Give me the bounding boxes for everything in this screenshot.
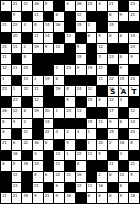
cell-code-number: 8 <box>45 140 47 145</box>
cell-code-number: 6 <box>55 183 57 188</box>
cell-code-number: 8 <box>34 22 36 27</box>
cell-code-number: 18 <box>130 193 135 198</box>
black-cell-r6c4 <box>33 54 44 65</box>
cell-r1c10[interactable]: 4 <box>97 1 108 12</box>
cell-r3c3[interactable]: 4 <box>22 22 33 33</box>
cell-r11c3[interactable]: 8 <box>22 108 33 119</box>
cell-r18c8[interactable]: 12 <box>76 183 87 194</box>
cell-r9c9[interactable]: 12 <box>87 86 98 97</box>
cell-r19c12[interactable]: 9 <box>119 193 130 204</box>
cell-r7c3[interactable]: 23 <box>22 65 33 76</box>
black-cell-r18c1 <box>1 183 12 194</box>
cell-code-number: 11 <box>34 12 39 17</box>
cell-r19c1[interactable]: 11 <box>1 193 12 204</box>
cell-r7c8[interactable]: 9 <box>76 65 87 76</box>
cell-r6c1[interactable]: 11 <box>1 54 12 65</box>
cell-r9c6[interactable]: 19 <box>54 86 65 97</box>
cell-r8c11[interactable]: 22 <box>108 76 119 87</box>
cell-r19c2[interactable]: 21 <box>12 193 23 204</box>
black-cell-r9c10 <box>97 86 108 97</box>
cell-r2c13[interactable]: 21 <box>129 12 140 23</box>
cell-r8c13[interactable]: 24 <box>129 76 140 87</box>
cell-r3c4[interactable]: 8 <box>33 22 44 33</box>
cell-code-number: 11 <box>88 183 93 188</box>
cell-r13c13[interactable]: 24 <box>129 129 140 140</box>
cell-r5c8[interactable]: 5 <box>76 44 87 55</box>
black-cell-r2c7 <box>65 12 76 23</box>
cell-code-number: 11 <box>13 44 18 49</box>
black-cell-r6c5 <box>44 54 55 65</box>
cell-code-number: 20 <box>98 140 103 145</box>
cell-code-number: 2 <box>109 140 111 145</box>
black-cell-r18c7 <box>65 183 76 194</box>
black-cell-r17c1 <box>1 172 12 183</box>
cell-r19c3[interactable]: 19 <box>22 193 33 204</box>
cell-r5c6[interactable]: 12 <box>54 44 65 55</box>
given-letter: S <box>108 88 118 96</box>
cell-code-number: 15 <box>88 119 93 124</box>
cell-r15c9[interactable]: 11 <box>87 151 98 162</box>
cell-r18c4[interactable]: 21 <box>33 183 44 194</box>
cell-r6c12[interactable]: 8 <box>119 54 130 65</box>
cell-code-number: 11 <box>55 161 60 166</box>
cell-code-number: 9 <box>77 65 79 70</box>
cell-r13c5[interactable]: 22 <box>44 129 55 140</box>
black-cell-r5c9 <box>87 44 98 55</box>
cell-code-number: 15 <box>109 22 114 27</box>
cell-r9c13[interactable]: 1T <box>129 86 140 97</box>
cell-r7c10[interactable]: 11 <box>97 65 108 76</box>
cell-r18c10[interactable]: 16 <box>97 183 108 194</box>
cell-r4c12[interactable]: 6 <box>119 33 130 44</box>
cell-r3c6[interactable]: 26 <box>54 22 65 33</box>
black-cell-r15c3 <box>22 151 33 162</box>
cell-r17c12[interactable]: 12 <box>119 172 130 183</box>
cell-r14c12[interactable]: 16 <box>119 140 130 151</box>
black-cell-r4c1 <box>1 33 12 44</box>
cell-r1c8[interactable]: 26 <box>76 1 87 12</box>
cell-r7c9[interactable]: 19 <box>87 65 98 76</box>
cell-r1c1[interactable]: 8 <box>1 1 12 12</box>
cell-code-number: 23 <box>66 108 71 113</box>
cell-r19c6[interactable]: 9 <box>54 193 65 204</box>
cell-code-number: 11 <box>34 86 39 91</box>
cell-r18c2[interactable]: 23 <box>12 183 23 194</box>
cell-code-number: 14 <box>130 119 135 124</box>
black-cell-r7c5 <box>44 65 55 76</box>
cell-r12c9[interactable]: 15 <box>87 119 98 130</box>
cell-r8c5[interactable]: 19 <box>44 76 55 87</box>
cell-r2c2[interactable]: 9 <box>12 12 23 23</box>
cell-code-number: 1 <box>2 76 4 81</box>
cell-r5c13[interactable]: 24 <box>129 44 140 55</box>
cell-r14c3[interactable]: 22 <box>22 140 33 151</box>
black-cell-r13c4 <box>33 129 44 140</box>
cell-r16c1[interactable]: 8 <box>1 161 12 172</box>
cell-code-number: 23 <box>130 1 135 6</box>
cell-code-number: 12 <box>88 86 93 91</box>
cell-r17c2[interactable]: 12 <box>12 172 23 183</box>
cell-code-number: 16 <box>34 1 39 6</box>
cell-code-number: 14 <box>130 33 135 38</box>
cell-r7c1[interactable]: 12 <box>1 65 12 76</box>
cell-code-number: 21 <box>13 193 18 198</box>
cell-r14c2[interactable]: 6 <box>12 140 23 151</box>
cell-r13c11[interactable]: 15 <box>108 129 119 140</box>
cell-code-number: 11 <box>13 65 18 70</box>
cell-r3c9[interactable]: 2 <box>87 22 98 33</box>
cell-code-number: 21 <box>130 161 135 166</box>
cell-r3c11[interactable]: 15 <box>108 22 119 33</box>
cell-r11c5[interactable]: 20 <box>44 108 55 119</box>
cell-r19c13[interactable]: 18 <box>129 193 140 204</box>
cell-r12c11[interactable]: 9 <box>108 119 119 130</box>
cell-r19c7[interactable]: 16 <box>65 193 76 204</box>
cell-code-number: 23 <box>13 183 18 188</box>
cell-code-number: 8 <box>88 193 90 198</box>
cell-r9c12[interactable]: 9A <box>119 86 130 97</box>
cell-code-number: 9 <box>120 193 122 198</box>
cell-r14c11[interactable]: 2 <box>108 140 119 151</box>
cell-r7c12[interactable]: 9 <box>119 65 130 76</box>
cell-r1c2[interactable]: 21 <box>12 1 23 12</box>
cell-r12c10[interactable]: 11 <box>97 119 108 130</box>
cell-code-number: 8 <box>2 119 4 124</box>
cell-code-number: 8 <box>98 97 100 102</box>
cell-r16c11[interactable]: 11 <box>108 161 119 172</box>
cell-r15c8[interactable]: 22 <box>76 151 87 162</box>
cell-code-number: 21 <box>45 193 50 198</box>
cell-r18c6[interactable]: 6 <box>54 183 65 194</box>
cell-r3c1[interactable]: 21 <box>1 22 12 33</box>
cell-r9c1[interactable]: 23 <box>1 86 12 97</box>
cell-code-number: 21 <box>109 1 114 6</box>
cell-r6c11[interactable]: 23 <box>108 54 119 65</box>
cell-r2c4[interactable]: 11 <box>33 12 44 23</box>
cell-code-number: 2 <box>88 22 90 27</box>
cell-code-number: 11 <box>34 33 39 38</box>
cell-r5c3[interactable]: 2 <box>22 44 33 55</box>
cell-code-number: 9 <box>120 12 122 17</box>
cell-code-number: 11 <box>98 76 103 81</box>
cell-code-number: 19 <box>45 76 50 81</box>
cell-r12c13[interactable]: 14 <box>129 119 140 130</box>
cell-r14c13[interactable]: 8 <box>129 140 140 151</box>
cell-r6c8[interactable]: 15 <box>76 54 87 65</box>
black-cell-r1c12 <box>119 1 130 12</box>
cell-r8c6[interactable]: 8 <box>54 76 65 87</box>
cell-r15c7[interactable]: 1 <box>65 151 76 162</box>
cell-r10c4[interactable]: 12 <box>33 97 44 108</box>
cell-r10c2[interactable]: 23 <box>12 97 23 108</box>
cell-code-number: 4 <box>23 22 25 27</box>
cell-code-number: 9 <box>66 140 68 145</box>
cell-r4c4[interactable]: 11 <box>33 33 44 44</box>
codeword-board: 8211116542623421239118128921212248142615… <box>0 0 140 204</box>
cell-r13c7[interactable]: 2 <box>65 129 76 140</box>
cell-r19c5[interactable]: 21 <box>44 193 55 204</box>
black-cell-r15c1 <box>1 151 12 162</box>
cell-r11c11[interactable]: 17 <box>108 108 119 119</box>
cell-r17c7[interactable]: 11 <box>65 172 76 183</box>
cell-code-number: 13 <box>66 33 71 38</box>
cell-r10c9[interactable]: 15 <box>87 97 98 108</box>
cell-r6c13[interactable]: 9 <box>129 54 140 65</box>
cell-code-number: 6 <box>45 172 47 177</box>
cell-r19c9[interactable]: 8 <box>87 193 98 204</box>
black-cell-r9c5 <box>44 86 55 97</box>
cell-r11c13[interactable]: 12 <box>129 108 140 119</box>
cell-code-number: 12 <box>34 97 39 102</box>
cell-r7c7[interactable]: 23 <box>65 65 76 76</box>
cell-code-number: 17 <box>109 108 114 113</box>
black-cell-r5c7 <box>65 44 76 55</box>
cell-r12c12[interactable]: 8 <box>119 119 130 130</box>
cell-code-number: 12 <box>77 12 82 17</box>
cell-r11c1[interactable]: 26 <box>1 108 12 119</box>
cell-r13c9[interactable]: 1 <box>87 129 98 140</box>
cell-r4c9[interactable]: 8 <box>87 33 98 44</box>
cell-r15c6[interactable]: 13 <box>54 151 65 162</box>
cell-code-number: 21 <box>34 183 39 188</box>
cell-r11c7[interactable]: 23 <box>65 108 76 119</box>
cell-code-number: 12 <box>109 97 114 102</box>
cell-r6c3[interactable]: 8 <box>22 54 33 65</box>
cell-r5c2[interactable]: 11 <box>12 44 23 55</box>
cell-r19c10[interactable]: 8 <box>97 193 108 204</box>
cell-r16c8[interactable]: 8 <box>76 161 87 172</box>
cell-code-number: 14 <box>45 22 50 27</box>
cell-r9c11[interactable]: 16S <box>108 86 119 97</box>
cell-r17c4[interactable]: 8 <box>33 172 44 183</box>
black-cell-r12c4 <box>33 119 44 130</box>
cell-code-number: 15 <box>109 129 114 134</box>
cell-r9c8[interactable]: 24 <box>76 86 87 97</box>
cell-r9c2[interactable]: 1 <box>12 86 23 97</box>
cell-code-number: 22 <box>13 22 18 27</box>
cell-r13c6[interactable]: 4 <box>54 129 65 140</box>
cell-r12c3[interactable]: 2 <box>22 119 33 130</box>
cell-r8c3[interactable]: 13 <box>22 76 33 87</box>
cell-r2c8[interactable]: 12 <box>76 12 87 23</box>
cell-r10c7[interactable]: 5 <box>65 97 76 108</box>
cell-r14c4[interactable]: 16 <box>33 140 44 151</box>
cell-r16c3[interactable]: 19 <box>22 161 33 172</box>
cell-code-number: 9 <box>130 54 132 59</box>
cell-r5c1[interactable]: 24 <box>1 44 12 55</box>
cell-code-number: 5 <box>98 33 100 38</box>
cell-r14c9[interactable]: 1 <box>87 140 98 151</box>
cell-r4c5[interactable]: 14 <box>44 33 55 44</box>
black-cell-r12c8 <box>76 119 87 130</box>
black-cell-r6c7 <box>65 54 76 65</box>
cell-code-number: 3 <box>120 151 122 156</box>
cell-r13c8[interactable]: 4 <box>76 129 87 140</box>
cell-r1c7[interactable]: 4 <box>65 1 76 12</box>
cell-r8c10[interactable]: 11 <box>97 76 108 87</box>
cell-r4c10[interactable]: 5 <box>97 33 108 44</box>
black-cell-r18c13 <box>129 183 140 194</box>
cell-r3c5[interactable]: 14 <box>44 22 55 33</box>
cell-r5c5[interactable]: 9 <box>44 44 55 55</box>
cell-r12c1[interactable]: 8 <box>1 119 12 130</box>
cell-r4c11[interactable]: 8 <box>108 33 119 44</box>
cell-r16c2[interactable]: 5 <box>12 161 23 172</box>
cell-r9c7[interactable]: 8 <box>65 86 76 97</box>
cell-r15c12[interactable]: 3 <box>119 151 130 162</box>
cell-code-number: 23 <box>109 54 114 59</box>
cell-r1c9[interactable]: 23 <box>87 1 98 12</box>
cell-code-number: 24 <box>2 44 7 49</box>
cell-r17c11[interactable]: 8 <box>108 172 119 183</box>
cell-r14c1[interactable]: 21 <box>1 140 12 151</box>
cell-r17c10[interactable]: 2 <box>97 172 108 183</box>
cell-r18c9[interactable]: 11 <box>87 183 98 194</box>
cell-r4c2[interactable]: 20 <box>12 33 23 44</box>
black-cell-r11c12 <box>119 108 130 119</box>
black-cell-r15c5 <box>44 151 55 162</box>
black-cell-r1c6 <box>54 1 65 12</box>
black-cell-r18c11 <box>108 183 119 194</box>
cell-r1c13[interactable]: 23 <box>129 1 140 12</box>
cell-r4c13[interactable]: 14 <box>129 33 140 44</box>
black-cell-r10c5 <box>44 97 55 108</box>
cell-r12c5[interactable]: 14 <box>44 119 55 130</box>
cell-code-number: 19 <box>23 161 28 166</box>
black-cell-r3c13 <box>129 22 140 33</box>
black-cell-r14c8 <box>76 140 87 151</box>
cell-code-number: 21 <box>2 140 7 145</box>
cell-code-number: 2 <box>23 119 25 124</box>
cell-r9c4[interactable]: 11 <box>33 86 44 97</box>
cell-code-number: 6 <box>120 33 122 38</box>
cell-r11c6[interactable]: 1 <box>54 108 65 119</box>
cell-code-number: 20 <box>13 33 18 38</box>
black-cell-r13c2 <box>12 129 23 140</box>
cell-r11c2[interactable]: 12 <box>12 108 23 119</box>
cell-r1c4[interactable]: 16 <box>33 1 44 12</box>
cell-code-number: 8 <box>88 33 90 38</box>
cell-code-number: 19 <box>55 86 60 91</box>
cell-code-number: 21 <box>130 12 135 17</box>
cell-r5c4[interactable]: 19 <box>33 44 44 55</box>
cell-r1c3[interactable]: 11 <box>22 1 33 12</box>
cell-r10c11[interactable]: 12 <box>108 97 119 108</box>
black-cell-r10c6 <box>54 97 65 108</box>
cell-code-number: 12 <box>130 108 135 113</box>
cell-r15c4[interactable]: 3 <box>33 151 44 162</box>
black-cell-r16c10 <box>97 161 108 172</box>
cell-code-number: 1 <box>55 108 57 113</box>
cell-code-number: 14 <box>34 161 39 166</box>
black-cell-r17c9 <box>87 172 98 183</box>
cell-code-number: 9 <box>109 119 111 124</box>
cell-code-number: 8 <box>2 129 4 134</box>
cell-r18c12[interactable]: 8 <box>119 183 130 194</box>
cell-code-number: 12 <box>23 86 28 91</box>
cell-r14c7[interactable]: 9 <box>65 140 76 151</box>
cell-r3c8[interactable]: 15 <box>76 22 87 33</box>
cell-r11c8[interactable]: 13 <box>76 108 87 119</box>
cell-r2c11[interactable]: 8 <box>108 12 119 23</box>
cell-r2c12[interactable]: 9 <box>119 12 130 23</box>
cell-r7c6[interactable]: 2 <box>54 65 65 76</box>
cell-code-number: 8 <box>120 54 122 59</box>
cell-r6c10[interactable]: 3 <box>97 54 108 65</box>
cell-r16c13[interactable]: 21 <box>129 161 140 172</box>
cell-r14c5[interactable]: 8 <box>44 140 55 151</box>
cell-r10c10[interactable]: 8 <box>97 97 108 108</box>
cell-code-number: 1 <box>34 76 36 81</box>
cell-r17c6[interactable]: 22 <box>54 172 65 183</box>
cell-r16c6[interactable]: 11 <box>54 161 65 172</box>
cell-r10c12[interactable]: 4 <box>119 97 130 108</box>
cell-r9c3[interactable]: 12 <box>22 86 33 97</box>
cell-code-number: 8 <box>109 33 111 38</box>
cell-r5c10[interactable]: 12 <box>97 44 108 55</box>
cell-r4c7[interactable]: 13 <box>65 33 76 44</box>
cell-r8c12[interactable]: 15 <box>119 76 130 87</box>
cell-r19c11[interactable]: 8 <box>108 193 119 204</box>
cell-code-number: 16 <box>77 172 82 177</box>
cell-r8c1[interactable]: 1 <box>1 76 12 87</box>
cell-code-number: 2 <box>23 44 25 49</box>
cell-code-number: 11 <box>23 129 28 134</box>
cell-r17c13[interactable]: 5 <box>129 172 140 183</box>
black-cell-r2c5 <box>44 12 55 23</box>
cell-code-number: 26 <box>55 22 60 27</box>
cell-r11c4[interactable]: 19 <box>33 108 44 119</box>
cell-r17c5[interactable]: 6 <box>44 172 55 183</box>
cell-r3c2[interactable]: 22 <box>12 22 23 33</box>
black-cell-r2c9 <box>87 12 98 23</box>
cell-code-number: 8 <box>23 54 25 59</box>
black-cell-r6c2 <box>12 54 23 65</box>
cell-r2c6[interactable]: 8 <box>54 12 65 23</box>
cell-code-number: 15 <box>77 22 82 27</box>
black-cell-r18c5 <box>44 183 55 194</box>
cell-r12c2[interactable]: 9 <box>12 119 23 130</box>
cell-r1c11[interactable]: 21 <box>108 1 119 12</box>
cell-r8c4[interactable]: 1 <box>33 76 44 87</box>
cell-code-number: 12 <box>77 183 82 188</box>
given-letter: T <box>129 88 139 96</box>
cell-code-number: 12 <box>2 65 7 70</box>
cell-r15c10[interactable]: 5 <box>97 151 108 162</box>
cell-r13c3[interactable]: 11 <box>22 129 33 140</box>
cell-r16c4[interactable]: 14 <box>33 161 44 172</box>
cell-code-number: 11 <box>2 54 7 59</box>
cell-r13c1[interactable]: 8 <box>1 129 12 140</box>
cell-code-number: 24 <box>130 129 135 134</box>
cell-r1c5[interactable]: 5 <box>44 1 55 12</box>
cell-code-number: 15 <box>120 76 125 81</box>
black-cell-r16c9 <box>87 161 98 172</box>
black-cell-r5c11 <box>108 44 119 55</box>
cell-r17c8[interactable]: 16 <box>76 172 87 183</box>
cell-r14c10[interactable]: 20 <box>97 140 108 151</box>
cell-code-number: 12 <box>55 44 60 49</box>
cell-r15c2[interactable]: 16 <box>12 151 23 162</box>
cell-code-number: 8 <box>130 140 132 145</box>
cell-code-number: 22 <box>45 129 50 134</box>
cell-r19c4[interactable]: 9 <box>33 193 44 204</box>
black-cell-r8c2 <box>12 76 23 87</box>
black-cell-r6c9 <box>87 54 98 65</box>
cell-code-number: 5 <box>13 161 15 166</box>
cell-code-number: 19 <box>34 108 39 113</box>
cell-r7c2[interactable]: 11 <box>12 65 23 76</box>
